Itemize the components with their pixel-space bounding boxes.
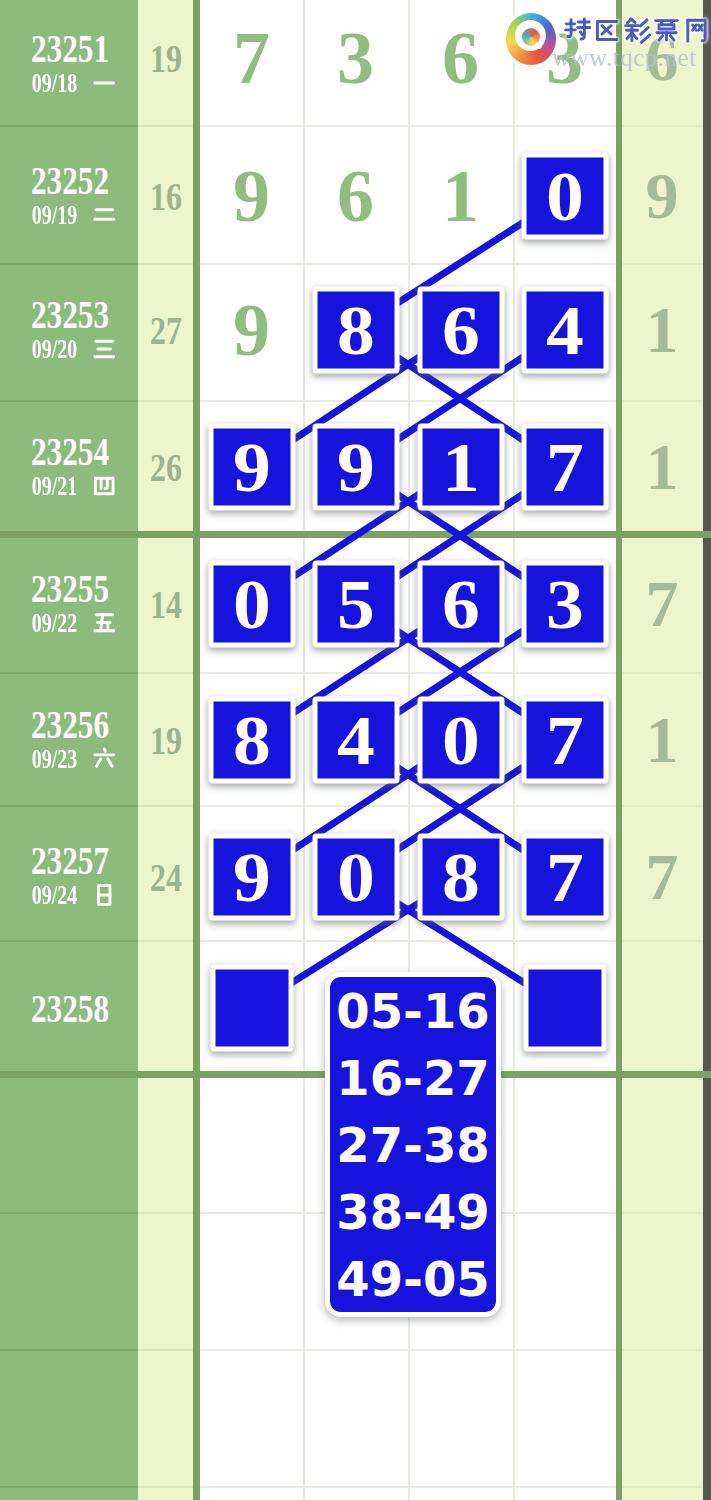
- issue-number: 23255: [31, 565, 109, 612]
- highlight-box: 0: [208, 561, 295, 648]
- highlight-box: 7: [521, 834, 608, 921]
- draw-date-text: 09/23: [32, 744, 78, 775]
- sum-value: 16: [150, 173, 182, 220]
- highlight-digit: 7: [546, 432, 584, 502]
- draw-digit: 9: [233, 159, 270, 233]
- highlight-box: 4: [312, 697, 399, 784]
- highlight-digit: 8: [337, 295, 375, 365]
- draw-date-text: 09/22: [32, 608, 78, 639]
- draw-date-text: 09/21: [32, 471, 78, 502]
- highlight-box: 8: [417, 834, 504, 921]
- range-line: 27-38: [336, 1121, 490, 1169]
- draw-date: 09/20: [24, 334, 117, 365]
- logo-char-票: [652, 16, 681, 45]
- range-line: 05-16: [336, 987, 490, 1035]
- issue-number: 23258: [31, 985, 109, 1032]
- sum-value: 27: [150, 307, 182, 354]
- sum-value: 19: [150, 717, 182, 764]
- site-watermark: www.tqcp.net: [552, 44, 697, 72]
- highlight-digit: 0: [337, 842, 375, 912]
- range-line: 38-49: [336, 1188, 490, 1236]
- highlight-digit: 6: [442, 569, 480, 639]
- weekday-char-三: [91, 337, 116, 362]
- highlight-digit: 0: [442, 705, 480, 775]
- draw-date: 09/22: [24, 608, 117, 639]
- draw-digit: 9: [233, 293, 270, 367]
- draw-date-text: 09/20: [32, 334, 78, 365]
- range-line: 16-27: [336, 1054, 490, 1102]
- issue-number: 23253: [31, 291, 109, 338]
- weekday-char-六: [91, 747, 116, 772]
- draw-digit: 7: [233, 21, 270, 95]
- highlight-box: 1: [417, 424, 504, 511]
- highlight-digit: 6: [442, 295, 480, 365]
- highlight-box: 8: [312, 287, 399, 374]
- swirl-center-dot: [535, 42, 542, 49]
- right-digit: 1: [646, 707, 679, 773]
- highlight-box: 0: [521, 153, 608, 240]
- highlight-digit: 0: [546, 161, 584, 231]
- sum-value: 19: [150, 35, 182, 82]
- highlight-digit: 3: [546, 569, 584, 639]
- range-line: 49-05: [336, 1255, 490, 1303]
- lottery-trend-page: 2325109/1819736362325209/191696109232530…: [0, 0, 711, 1500]
- right-digit: 7: [646, 844, 679, 910]
- draw-date-text: 09/18: [32, 68, 78, 99]
- highlight-digit: 5: [337, 569, 375, 639]
- highlight-box: 4: [521, 287, 608, 374]
- draw-date-text: 09/24: [32, 880, 78, 911]
- highlight-digit: 7: [546, 842, 584, 912]
- site-name: [562, 16, 711, 45]
- highlight-box: 9: [208, 834, 295, 921]
- prediction-panel: 05-1616-2727-3838-4949-05: [325, 972, 501, 1317]
- highlight-box: 9: [208, 424, 295, 511]
- highlight-digit: 0: [233, 569, 271, 639]
- highlight-digit: 4: [337, 705, 375, 775]
- right-digit: 7: [646, 571, 679, 637]
- draw-digit: 6: [442, 21, 479, 95]
- draw-date: 09/19: [24, 200, 117, 231]
- issue-number: 23256: [31, 701, 109, 748]
- highlight-digit: 4: [546, 295, 584, 365]
- draw-date: 09/21: [24, 471, 117, 502]
- blank-box: [523, 965, 606, 1052]
- logo-char-彩: [622, 16, 651, 45]
- highlight-digit: 9: [337, 432, 375, 502]
- blank-box: [210, 965, 293, 1052]
- logo-char-网: [682, 16, 711, 45]
- draw-digit: 3: [337, 21, 374, 95]
- draw-date: 09/23: [24, 744, 117, 775]
- draw-digit: 1: [442, 159, 479, 233]
- issue-number: 23251: [31, 25, 109, 72]
- right-digit: 1: [646, 434, 679, 500]
- draw-date: 09/24: [24, 880, 117, 911]
- draw-date-text: 09/19: [32, 200, 78, 231]
- highlight-box: 7: [521, 697, 608, 784]
- sum-value: 14: [150, 581, 182, 628]
- weekday-char-二: [91, 203, 116, 228]
- issue-number: 23252: [31, 157, 109, 204]
- highlight-box: 9: [312, 424, 399, 511]
- right-digit: 9: [646, 163, 679, 229]
- issue-number: 23257: [31, 837, 109, 884]
- highlight-digit: 1: [442, 432, 480, 502]
- swirl-logo-icon: [506, 13, 556, 65]
- draw-digit: 6: [337, 159, 374, 233]
- swirl-inner-white: [515, 20, 546, 51]
- highlight-box: 8: [208, 697, 295, 784]
- sum-value: 26: [150, 444, 182, 491]
- issue-number: 23254: [31, 428, 109, 475]
- logo-char-特: [562, 16, 591, 45]
- highlight-box: 6: [417, 561, 504, 648]
- sum-value: 24: [150, 854, 182, 901]
- highlight-digit: 9: [233, 432, 271, 502]
- highlight-digit: 8: [442, 842, 480, 912]
- logo-char-区: [592, 16, 621, 45]
- weekday-char-四: [91, 474, 116, 499]
- highlight-digit: 8: [233, 705, 271, 775]
- highlight-box: 7: [521, 424, 608, 511]
- weekday-char-日: [91, 883, 116, 908]
- highlight-box: 0: [312, 834, 399, 921]
- weekday-char-一: [91, 71, 116, 96]
- highlight-box: 6: [417, 287, 504, 374]
- highlight-digit: 7: [546, 705, 584, 775]
- weekday-char-五: [91, 611, 116, 636]
- draw-date: 09/18: [24, 68, 117, 99]
- highlight-digit: 9: [233, 842, 271, 912]
- right-digit: 1: [646, 297, 679, 363]
- highlight-box: 0: [417, 697, 504, 784]
- highlight-box: 3: [521, 561, 608, 648]
- highlight-box: 5: [312, 561, 399, 648]
- swirl-inner-color: [522, 28, 540, 46]
